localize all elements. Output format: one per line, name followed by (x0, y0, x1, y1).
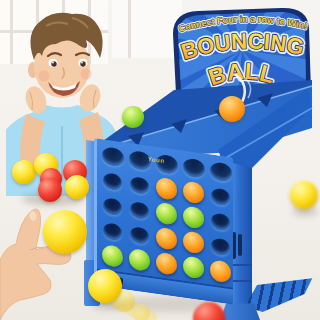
product-photo: Connect Four in a row to Win! Connect Fo… (0, 0, 320, 320)
right-yellow (290, 181, 318, 209)
hole (103, 197, 122, 216)
hole (130, 226, 149, 245)
hole (103, 172, 122, 191)
hand (0, 198, 100, 320)
cell-r5c4 (180, 253, 207, 282)
cell-r2c2 (126, 170, 153, 199)
cell-r3c3 (153, 199, 180, 228)
cell-r1c5 (207, 157, 234, 186)
orange-ball (183, 181, 204, 205)
hole (103, 222, 122, 241)
hole (183, 157, 205, 178)
hole (102, 146, 124, 167)
cell-r4c5 (207, 232, 234, 261)
cell-r4c1 (99, 217, 126, 246)
cell-r2c5 (207, 182, 234, 211)
shadow (292, 208, 318, 216)
hole (130, 201, 149, 220)
bounce-trail (90, 270, 170, 320)
cell-r2c1 (99, 167, 126, 196)
cell-r4c2 (126, 220, 153, 249)
green-ball (156, 202, 177, 226)
green-ball (183, 256, 204, 280)
hole (210, 161, 232, 182)
cell-r4c4 (180, 228, 207, 257)
cell-r5c5 (207, 257, 234, 286)
cell-r3c1 (99, 192, 126, 221)
board-grid-cells (99, 142, 231, 286)
hole (211, 212, 230, 231)
hole (211, 237, 230, 256)
cell-r5c1 (99, 242, 126, 271)
cell-r1c3 (153, 149, 180, 178)
orange-ball (156, 227, 177, 251)
orange-ball (210, 259, 231, 283)
orange-ball (183, 231, 204, 255)
orange-ball (156, 177, 177, 201)
cell-r4c3 (153, 224, 180, 253)
cell-r1c4 (180, 153, 207, 182)
hole (130, 176, 149, 195)
cell-r2c3 (153, 174, 180, 203)
green-ball (102, 244, 123, 268)
cell-r3c2 (126, 195, 153, 224)
hole (211, 187, 230, 206)
cell-r1c1 (99, 142, 126, 171)
cell-r3c4 (180, 203, 207, 232)
green-ball (183, 206, 204, 230)
green-ball (129, 248, 150, 272)
cell-r2c4 (180, 178, 207, 207)
cell-r3c5 (207, 207, 234, 236)
